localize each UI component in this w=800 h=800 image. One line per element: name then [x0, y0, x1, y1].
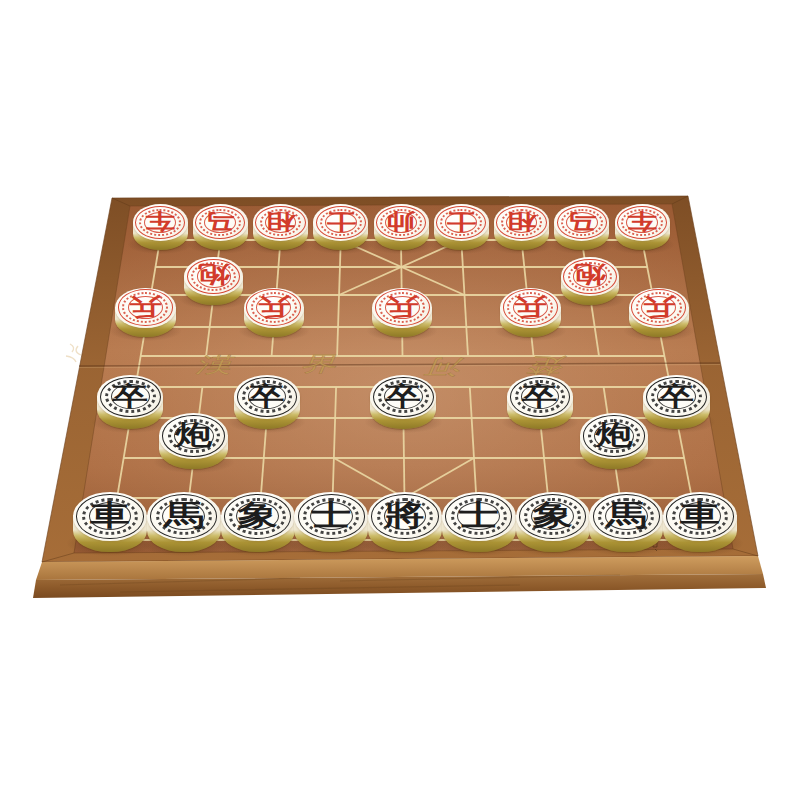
piece-face: 兵 — [500, 288, 561, 328]
piece-character: 象 — [533, 501, 573, 530]
red-cannon-piece[interactable]: 炮 — [184, 257, 243, 306]
black-soldier-piece[interactable]: 卒 — [97, 375, 163, 430]
red-chariot-piece[interactable]: 车 — [615, 204, 670, 250]
piece-character: 卒 — [659, 383, 695, 409]
black-horse-piece[interactable]: 馬 — [147, 492, 221, 553]
piece-face: 马 — [554, 204, 609, 240]
piece-character: 卒 — [112, 383, 148, 409]
piece-face: 將 — [368, 492, 442, 541]
piece-face: 士 — [442, 492, 516, 541]
piece-face: 兵 — [115, 288, 176, 328]
product-photo-scene: 漢 界 河 楚 车马相士帅士相马车炮炮兵兵兵兵兵卒卒卒卒卒炮炮車馬象士將士象馬車 — [0, 0, 800, 800]
piece-character: 卒 — [249, 383, 285, 409]
piece-face: 车 — [615, 204, 670, 240]
red-advisor-piece[interactable]: 士 — [434, 204, 489, 250]
piece-character: 車 — [90, 501, 130, 530]
piece-face: 馬 — [589, 492, 663, 541]
red-soldier-piece[interactable]: 兵 — [629, 288, 690, 339]
piece-character: 兵 — [514, 295, 547, 319]
black-cannon-piece[interactable]: 炮 — [159, 413, 228, 470]
piece-character: 兵 — [129, 295, 162, 319]
piece-character: 馬 — [164, 501, 204, 530]
piece-face: 卒 — [97, 375, 163, 419]
black-soldier-piece[interactable]: 卒 — [643, 375, 709, 430]
piece-face: 車 — [663, 492, 737, 541]
red-elephant-piece[interactable]: 相 — [494, 204, 549, 250]
piece-character: 卒 — [522, 383, 558, 409]
piece-face: 帅 — [374, 204, 429, 240]
piece-character: 士 — [446, 211, 476, 232]
piece-face: 马 — [193, 204, 248, 240]
piece-character: 炮 — [574, 264, 606, 287]
black-general-piece[interactable]: 將 — [368, 492, 442, 553]
piece-face: 兵 — [244, 288, 305, 328]
piece-character: 卒 — [385, 383, 421, 409]
piece-face: 卒 — [234, 375, 300, 419]
piece-face: 卒 — [643, 375, 709, 419]
piece-face: 兵 — [372, 288, 433, 328]
piece-character: 车 — [145, 211, 175, 232]
piece-character: 將 — [385, 501, 425, 530]
piece-face: 馬 — [147, 492, 221, 541]
piece-face: 象 — [516, 492, 590, 541]
black-soldier-piece[interactable]: 卒 — [234, 375, 300, 430]
black-advisor-piece[interactable]: 士 — [294, 492, 368, 553]
piece-character: 象 — [238, 501, 278, 530]
piece-character: 马 — [567, 211, 597, 232]
piece-character: 士 — [326, 211, 356, 232]
black-cannon-piece[interactable]: 炮 — [580, 413, 649, 470]
red-general-piece[interactable]: 帅 — [374, 204, 429, 250]
piece-character: 相 — [507, 211, 537, 232]
piece-face: 炮 — [580, 413, 649, 458]
black-horse-piece[interactable]: 馬 — [589, 492, 663, 553]
piece-face: 卒 — [370, 375, 436, 419]
piece-character: 士 — [459, 501, 499, 530]
piece-character: 帅 — [386, 211, 416, 232]
black-soldier-piece[interactable]: 卒 — [507, 375, 573, 430]
piece-character: 炮 — [595, 421, 632, 448]
piece-face: 炮 — [184, 257, 243, 296]
piece-character: 士 — [311, 501, 351, 530]
piece-face: 相 — [494, 204, 549, 240]
red-horse-piece[interactable]: 马 — [554, 204, 609, 250]
piece-face: 卒 — [507, 375, 573, 419]
piece-face: 士 — [313, 204, 368, 240]
piece-face: 兵 — [629, 288, 690, 328]
red-soldier-piece[interactable]: 兵 — [500, 288, 561, 339]
red-advisor-piece[interactable]: 士 — [313, 204, 368, 250]
black-elephant-piece[interactable]: 象 — [516, 492, 590, 553]
piece-character: 車 — [680, 501, 720, 530]
piece-face: 車 — [73, 492, 147, 541]
piece-face: 士 — [294, 492, 368, 541]
piece-face: 象 — [221, 492, 295, 541]
red-soldier-piece[interactable]: 兵 — [115, 288, 176, 339]
piece-character: 炮 — [175, 421, 212, 448]
piece-face: 士 — [434, 204, 489, 240]
piece-character: 兵 — [258, 295, 291, 319]
red-horse-piece[interactable]: 马 — [193, 204, 248, 250]
piece-face: 炮 — [159, 413, 228, 458]
red-cannon-piece[interactable]: 炮 — [561, 257, 620, 306]
piece-character: 兵 — [643, 295, 676, 319]
red-soldier-piece[interactable]: 兵 — [372, 288, 433, 339]
black-elephant-piece[interactable]: 象 — [221, 492, 295, 553]
piece-face: 相 — [253, 204, 308, 240]
piece-character: 马 — [205, 211, 235, 232]
piece-character: 车 — [627, 211, 657, 232]
piece-character: 相 — [266, 211, 296, 232]
piece-character: 兵 — [386, 295, 419, 319]
black-advisor-piece[interactable]: 士 — [442, 492, 516, 553]
red-chariot-piece[interactable]: 车 — [133, 204, 188, 250]
black-soldier-piece[interactable]: 卒 — [370, 375, 436, 430]
black-chariot-piece[interactable]: 車 — [73, 492, 147, 553]
piece-face: 车 — [133, 204, 188, 240]
red-elephant-piece[interactable]: 相 — [253, 204, 308, 250]
piece-character: 馬 — [606, 501, 646, 530]
piece-face: 炮 — [561, 257, 620, 296]
pieces-layer: 车马相士帅士相马车炮炮兵兵兵兵兵卒卒卒卒卒炮炮車馬象士將士象馬車 — [0, 0, 800, 800]
red-soldier-piece[interactable]: 兵 — [244, 288, 305, 339]
piece-character: 炮 — [198, 264, 230, 287]
black-chariot-piece[interactable]: 車 — [663, 492, 737, 553]
